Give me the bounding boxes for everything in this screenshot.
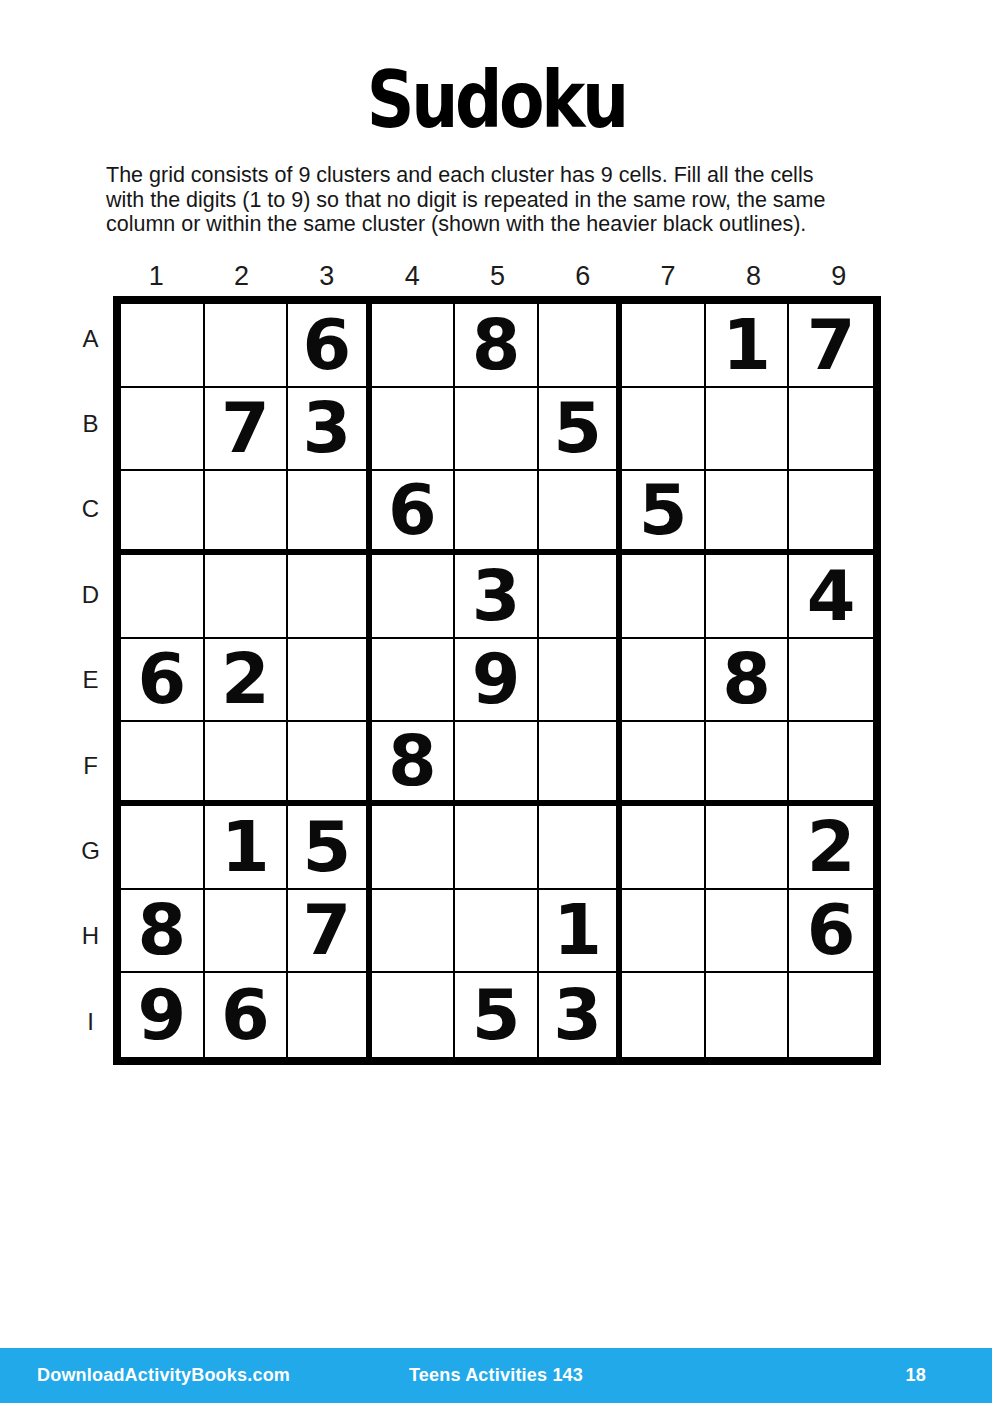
cell-D4[interactable] [372,555,456,639]
row-label-I: I [68,979,113,1064]
cell-C8[interactable] [706,471,790,555]
cell-H3: 7 [288,890,372,974]
cell-C6[interactable] [539,471,623,555]
footer-bar: DownloadActivityBooks.com Teens Activiti… [0,1348,992,1403]
footer-page-number: 18 [906,1365,926,1386]
cell-G6[interactable] [539,806,623,890]
row-label-F: F [68,723,113,808]
cell-F3[interactable] [288,722,372,806]
cell-B6: 5 [539,388,623,472]
instructions-line: column or within the same cluster (shown… [106,212,916,237]
instructions: The grid consists of 9 clusters and each… [106,163,916,237]
cell-I6: 3 [539,973,623,1057]
column-label-3: 3 [284,256,369,296]
board-area: 123456789 ABCDEFGHI 68177356534629881528… [68,256,881,1065]
instructions-line: The grid consists of 9 clusters and each… [106,163,916,188]
cell-F4: 8 [372,722,456,806]
cell-E9[interactable] [789,639,873,723]
cell-D7[interactable] [622,555,706,639]
cell-F5[interactable] [455,722,539,806]
cell-D5: 3 [455,555,539,639]
column-label-2: 2 [198,256,283,296]
cell-F9[interactable] [789,722,873,806]
cell-A2[interactable] [205,304,289,388]
cell-G1[interactable] [121,806,205,890]
cell-H9: 6 [789,890,873,974]
cell-I4[interactable] [372,973,456,1057]
column-labels: 123456789 [113,256,881,296]
column-label-6: 6 [540,256,625,296]
cell-G2: 1 [205,806,289,890]
row-label-C: C [68,467,113,552]
cell-B9[interactable] [789,388,873,472]
cell-I1: 9 [121,973,205,1057]
cell-E8: 8 [706,639,790,723]
cell-H7[interactable] [622,890,706,974]
cell-H6: 1 [539,890,623,974]
cell-D1[interactable] [121,555,205,639]
sudoku-board: 681773565346298815287169653 [113,296,881,1065]
row-label-G: G [68,808,113,893]
row-label-D: D [68,552,113,637]
cell-D3[interactable] [288,555,372,639]
cell-C4: 6 [372,471,456,555]
row-labels: ABCDEFGHI [68,296,113,1065]
page-title-text: Sudoku [367,58,626,144]
cell-I5: 5 [455,973,539,1057]
cell-E4[interactable] [372,639,456,723]
cell-E3[interactable] [288,639,372,723]
cell-H2[interactable] [205,890,289,974]
cell-D2[interactable] [205,555,289,639]
cell-G7[interactable] [622,806,706,890]
cell-I9[interactable] [789,973,873,1057]
cell-D8[interactable] [706,555,790,639]
page-title: Sudoku [0,58,992,144]
cell-A8: 1 [706,304,790,388]
cell-B7[interactable] [622,388,706,472]
cell-A3: 6 [288,304,372,388]
column-label-1: 1 [113,256,198,296]
cell-G4[interactable] [372,806,456,890]
instructions-line: with the digits (1 to 9) so that no digi… [106,188,916,213]
cell-G8[interactable] [706,806,790,890]
cell-H1: 8 [121,890,205,974]
cell-E2: 2 [205,639,289,723]
cell-F8[interactable] [706,722,790,806]
row-label-A: A [68,296,113,381]
cell-I7[interactable] [622,973,706,1057]
cell-I2: 6 [205,973,289,1057]
cell-B4[interactable] [372,388,456,472]
cell-I3[interactable] [288,973,372,1057]
cell-H4[interactable] [372,890,456,974]
cell-C2[interactable] [205,471,289,555]
cell-D9: 4 [789,555,873,639]
cell-C5[interactable] [455,471,539,555]
column-label-7: 7 [625,256,710,296]
cell-G3: 5 [288,806,372,890]
cell-E7[interactable] [622,639,706,723]
cell-B3: 3 [288,388,372,472]
column-label-8: 8 [710,256,795,296]
cell-A1[interactable] [121,304,205,388]
cell-B5[interactable] [455,388,539,472]
worksheet-page: Sudoku The grid consists of 9 clusters a… [0,0,992,1403]
cell-H5[interactable] [455,890,539,974]
cell-E5: 9 [455,639,539,723]
column-label-5: 5 [454,256,539,296]
row-label-B: B [68,381,113,466]
cell-G9: 2 [789,806,873,890]
column-label-9: 9 [796,256,881,296]
cell-H8[interactable] [706,890,790,974]
cell-B8[interactable] [706,388,790,472]
column-label-4: 4 [369,256,454,296]
cell-D6[interactable] [539,555,623,639]
cell-A4[interactable] [372,304,456,388]
cell-F1[interactable] [121,722,205,806]
cell-A9: 7 [789,304,873,388]
cell-F7[interactable] [622,722,706,806]
cell-A5: 8 [455,304,539,388]
footer-book-title: Teens Activities 143 [0,1365,992,1386]
cell-F2[interactable] [205,722,289,806]
cell-B2: 7 [205,388,289,472]
cell-A7[interactable] [622,304,706,388]
cell-G5[interactable] [455,806,539,890]
cell-A6[interactable] [539,304,623,388]
cell-B1[interactable] [121,388,205,472]
cell-C7: 5 [622,471,706,555]
cell-C1[interactable] [121,471,205,555]
cell-E1: 6 [121,639,205,723]
cell-E6[interactable] [539,639,623,723]
row-label-H: H [68,894,113,979]
row-label-E: E [68,638,113,723]
cell-I8[interactable] [706,973,790,1057]
cell-C9[interactable] [789,471,873,555]
cell-F6[interactable] [539,722,623,806]
cell-C3[interactable] [288,471,372,555]
